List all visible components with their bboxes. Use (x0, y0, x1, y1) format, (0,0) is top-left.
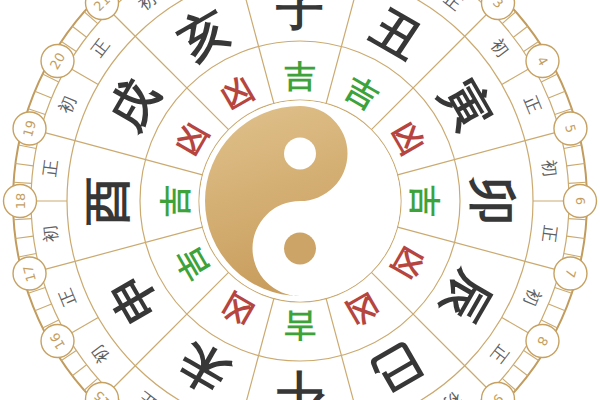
fortune-label-11: 凶 (215, 69, 260, 116)
hour-number-6: 6 (573, 197, 588, 205)
yin-yang-symbol (200, 101, 401, 302)
branch-label-6: 午 (276, 366, 326, 400)
half-hour-label-18: 正 (39, 158, 61, 177)
branch-label-0: 子 (275, 0, 324, 36)
fortune-label-9: 吉 (157, 186, 193, 217)
half-hour-label-9: 初 (441, 388, 467, 400)
hour-number-18: 18 (13, 193, 28, 210)
fortune-label-5: 凶 (340, 286, 385, 333)
fortune-wheel: 123456789101112131415161718192021222324正… (0, 0, 600, 400)
branch-label-11: 亥 (168, 0, 238, 71)
yang-dot (284, 138, 316, 170)
branch-label-9: 酉 (79, 177, 135, 226)
branch-label-3: 卯 (465, 176, 521, 225)
branch-label-7: 未 (169, 332, 239, 400)
half-hour-label-16: 正 (55, 286, 80, 309)
branch-label-10: 戌 (96, 70, 169, 140)
half-hour-label-15: 初 (87, 342, 113, 368)
half-hour-label-8: 正 (487, 342, 513, 368)
half-hour-label-19: 初 (55, 93, 80, 116)
half-hour-label-6: 正 (539, 224, 561, 243)
fortune-label-1: 吉 (340, 69, 385, 116)
fortune-label-3: 吉 (407, 186, 443, 217)
yin-dot (284, 233, 316, 265)
half-hour-label-3: 初 (487, 35, 513, 61)
half-hour-label-2: 正 (441, 0, 467, 14)
fortune-label-8: 吉 (168, 241, 215, 286)
branch-label-2: 寅 (431, 70, 503, 140)
fortune-label-7: 凶 (215, 286, 260, 333)
branch-label-1: 丑 (362, 0, 432, 70)
fortune-wheel-svg: 123456789101112131415161718192021222324正… (0, 0, 600, 400)
fortune-label-6: 吉 (285, 308, 316, 344)
half-hour-label-7: 初 (520, 286, 545, 309)
half-hour-label-4: 正 (520, 93, 545, 116)
half-hour-label-17: 初 (39, 224, 61, 243)
half-hour-label-5: 初 (539, 158, 561, 177)
fortune-label-4: 凶 (385, 241, 432, 286)
half-hour-label-14: 正 (134, 388, 160, 400)
half-hour-label-20: 正 (87, 35, 113, 61)
branch-label-5: 巳 (362, 332, 432, 400)
fortune-label-10: 凶 (168, 116, 215, 161)
branch-label-8: 申 (97, 263, 169, 333)
fortune-label-0: 吉 (285, 58, 316, 94)
half-hour-label-21: 初 (134, 0, 160, 14)
branch-label-4: 辰 (431, 262, 504, 332)
fortune-label-2: 凶 (385, 116, 432, 161)
